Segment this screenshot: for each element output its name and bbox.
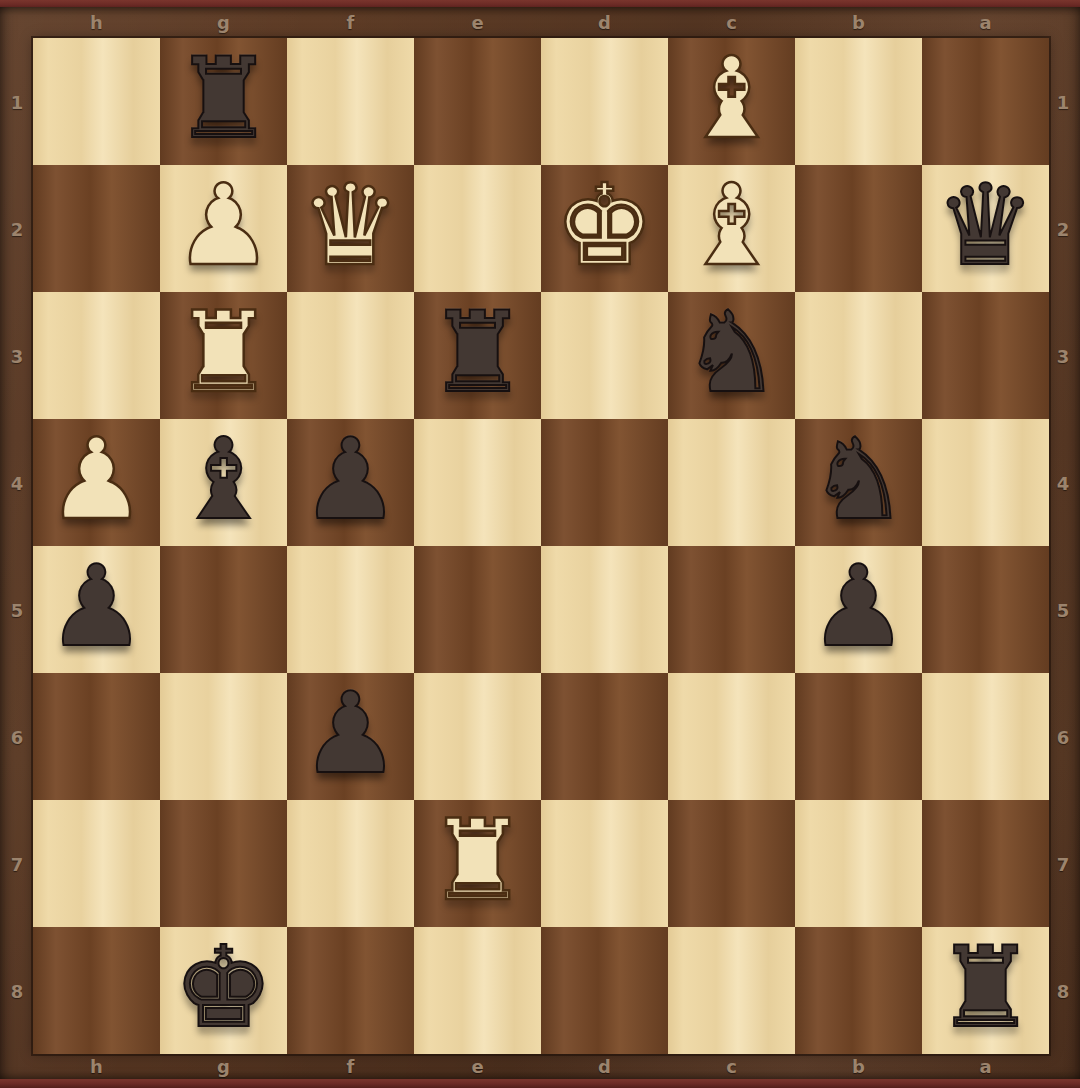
- piece-black-pawn-b5[interactable]: ♟: [808, 550, 908, 662]
- square-c3[interactable]: ♞: [668, 292, 795, 419]
- square-d6[interactable]: [541, 673, 668, 800]
- piece-white-rook-e7[interactable]: ♜: [427, 804, 527, 916]
- piece-black-knight-b4[interactable]: ♞: [808, 423, 908, 535]
- piece-black-rook-e3[interactable]: ♜: [427, 296, 527, 408]
- bottom-trim: [0, 1079, 1080, 1088]
- file-label-bottom-f: f: [347, 1056, 355, 1077]
- piece-white-queen-f2[interactable]: ♛: [300, 169, 400, 281]
- square-g2[interactable]: ♟: [160, 165, 287, 292]
- chess-app: { "game": "chess", "position": { "fen": …: [0, 0, 1080, 1088]
- square-b3[interactable]: [795, 292, 922, 419]
- square-h3[interactable]: [33, 292, 160, 419]
- square-f1[interactable]: [287, 38, 414, 165]
- square-a3[interactable]: [922, 292, 1049, 419]
- rank-label-right-4: 4: [1057, 472, 1070, 493]
- square-a2[interactable]: ♛: [922, 165, 1049, 292]
- square-f6[interactable]: ♟: [287, 673, 414, 800]
- square-f4[interactable]: ♟: [287, 419, 414, 546]
- piece-black-pawn-h5[interactable]: ♟: [46, 550, 146, 662]
- square-b2[interactable]: [795, 165, 922, 292]
- rank-label-right-2: 2: [1057, 218, 1070, 239]
- rank-label-right-5: 5: [1057, 599, 1070, 620]
- file-label-bottom-a: a: [979, 1056, 991, 1077]
- square-g4[interactable]: ♝: [160, 419, 287, 546]
- file-label-bottom-e: e: [471, 1056, 483, 1077]
- square-d1[interactable]: [541, 38, 668, 165]
- square-a5[interactable]: [922, 546, 1049, 673]
- square-h2[interactable]: [33, 165, 160, 292]
- file-label-top-b: b: [852, 12, 865, 33]
- square-a6[interactable]: [922, 673, 1049, 800]
- square-h8[interactable]: [33, 927, 160, 1054]
- square-h1[interactable]: [33, 38, 160, 165]
- square-a1[interactable]: [922, 38, 1049, 165]
- square-e2[interactable]: [414, 165, 541, 292]
- square-b6[interactable]: [795, 673, 922, 800]
- piece-white-bishop-c1[interactable]: ♝: [681, 42, 781, 154]
- piece-black-knight-c3[interactable]: ♞: [681, 296, 781, 408]
- square-e3[interactable]: ♜: [414, 292, 541, 419]
- file-label-bottom-g: g: [217, 1056, 230, 1077]
- piece-white-king-d2[interactable]: ♚: [554, 169, 654, 281]
- rank-label-right-7: 7: [1057, 853, 1070, 874]
- piece-white-bishop-c2[interactable]: ♝: [681, 169, 781, 281]
- square-c7[interactable]: [668, 800, 795, 927]
- piece-black-bishop-g4[interactable]: ♝: [173, 423, 273, 535]
- square-g3[interactable]: ♜: [160, 292, 287, 419]
- file-label-top-f: f: [347, 12, 355, 33]
- square-e4[interactable]: [414, 419, 541, 546]
- square-f5[interactable]: [287, 546, 414, 673]
- square-b7[interactable]: [795, 800, 922, 927]
- square-d7[interactable]: [541, 800, 668, 927]
- rank-label-left-8: 8: [11, 980, 24, 1001]
- square-d4[interactable]: [541, 419, 668, 546]
- square-d8[interactable]: [541, 927, 668, 1054]
- square-e7[interactable]: ♜: [414, 800, 541, 927]
- file-label-top-c: c: [726, 12, 737, 33]
- piece-black-rook-a8[interactable]: ♜: [935, 931, 1035, 1043]
- square-b8[interactable]: [795, 927, 922, 1054]
- file-label-bottom-c: c: [726, 1056, 737, 1077]
- rank-label-left-3: 3: [11, 345, 24, 366]
- piece-black-king-g8[interactable]: ♚: [173, 931, 273, 1043]
- square-c6[interactable]: [668, 673, 795, 800]
- piece-white-rook-g3[interactable]: ♜: [173, 296, 273, 408]
- square-e1[interactable]: [414, 38, 541, 165]
- rank-label-left-2: 2: [11, 218, 24, 239]
- square-e6[interactable]: [414, 673, 541, 800]
- piece-black-pawn-f4[interactable]: ♟: [300, 423, 400, 535]
- square-c1[interactable]: ♝: [668, 38, 795, 165]
- file-label-bottom-d: d: [598, 1056, 611, 1077]
- square-f2[interactable]: ♛: [287, 165, 414, 292]
- piece-black-rook-g1[interactable]: ♜: [173, 42, 273, 154]
- square-g8[interactable]: ♚: [160, 927, 287, 1054]
- square-a7[interactable]: [922, 800, 1049, 927]
- square-g5[interactable]: [160, 546, 287, 673]
- file-label-bottom-b: b: [852, 1056, 865, 1077]
- square-c8[interactable]: [668, 927, 795, 1054]
- square-g1[interactable]: ♜: [160, 38, 287, 165]
- piece-black-pawn-f6[interactable]: ♟: [300, 677, 400, 789]
- rank-label-left-4: 4: [11, 472, 24, 493]
- square-h5[interactable]: ♟: [33, 546, 160, 673]
- rank-label-left-6: 6: [11, 726, 24, 747]
- square-c5[interactable]: [668, 546, 795, 673]
- square-a4[interactable]: [922, 419, 1049, 546]
- square-g7[interactable]: [160, 800, 287, 927]
- piece-black-queen-a2[interactable]: ♛: [935, 169, 1035, 281]
- file-label-top-e: e: [471, 12, 483, 33]
- square-e5[interactable]: [414, 546, 541, 673]
- piece-white-pawn-g2[interactable]: ♟: [173, 169, 273, 281]
- piece-white-pawn-h4[interactable]: ♟: [46, 423, 146, 535]
- square-f3[interactable]: [287, 292, 414, 419]
- square-h7[interactable]: [33, 800, 160, 927]
- square-e8[interactable]: [414, 927, 541, 1054]
- rank-label-left-7: 7: [11, 853, 24, 874]
- square-h6[interactable]: [33, 673, 160, 800]
- rank-label-right-1: 1: [1057, 91, 1070, 112]
- square-h4[interactable]: ♟: [33, 419, 160, 546]
- rank-label-left-1: 1: [11, 91, 24, 112]
- square-c4[interactable]: [668, 419, 795, 546]
- square-d3[interactable]: [541, 292, 668, 419]
- square-b4[interactable]: ♞: [795, 419, 922, 546]
- square-d2[interactable]: ♚: [541, 165, 668, 292]
- file-label-top-g: g: [217, 12, 230, 33]
- square-a8[interactable]: ♜: [922, 927, 1049, 1054]
- square-g6[interactable]: [160, 673, 287, 800]
- square-f8[interactable]: [287, 927, 414, 1054]
- chess-board[interactable]: ♜♝♟♛♚♝♛♜♜♞♟♝♟♞♟♟♟♜♚♜: [33, 38, 1049, 1054]
- rank-label-right-8: 8: [1057, 980, 1070, 1001]
- rank-label-right-3: 3: [1057, 345, 1070, 366]
- rank-label-left-5: 5: [11, 599, 24, 620]
- rank-label-right-6: 6: [1057, 726, 1070, 747]
- file-label-bottom-h: h: [90, 1056, 103, 1077]
- file-label-top-a: a: [979, 12, 991, 33]
- square-b5[interactable]: ♟: [795, 546, 922, 673]
- square-d5[interactable]: [541, 546, 668, 673]
- square-f7[interactable]: [287, 800, 414, 927]
- file-label-top-h: h: [90, 12, 103, 33]
- file-label-top-d: d: [598, 12, 611, 33]
- square-b1[interactable]: [795, 38, 922, 165]
- square-c2[interactable]: ♝: [668, 165, 795, 292]
